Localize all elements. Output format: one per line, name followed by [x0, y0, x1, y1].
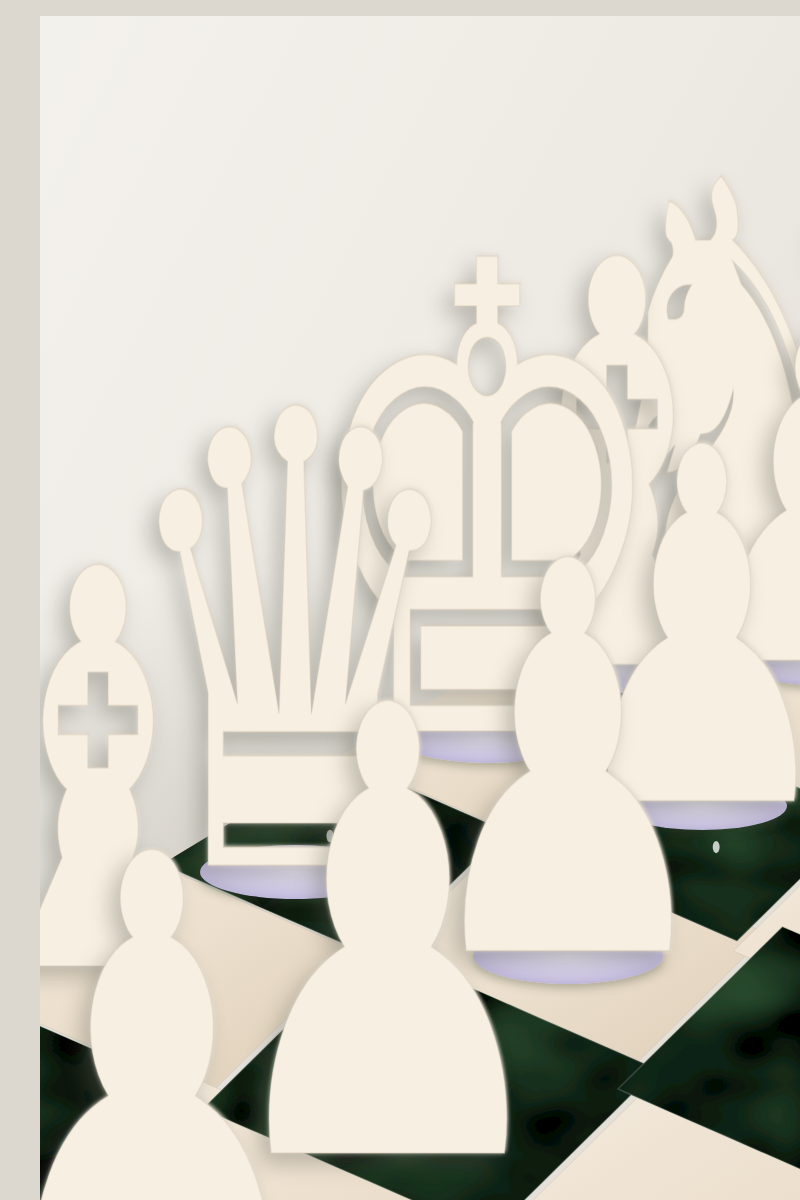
- piece-b2-white-pawn[interactable]: ♟: [40, 778, 330, 1200]
- pieces-layer: ♜♞♝♟♚♟♛♟♝♟♟: [40, 16, 800, 1200]
- chess-photo-scene: ♜♞♝♟♚♟♛♟♝♟♟ Angled close-up photo of a w…: [40, 16, 800, 1200]
